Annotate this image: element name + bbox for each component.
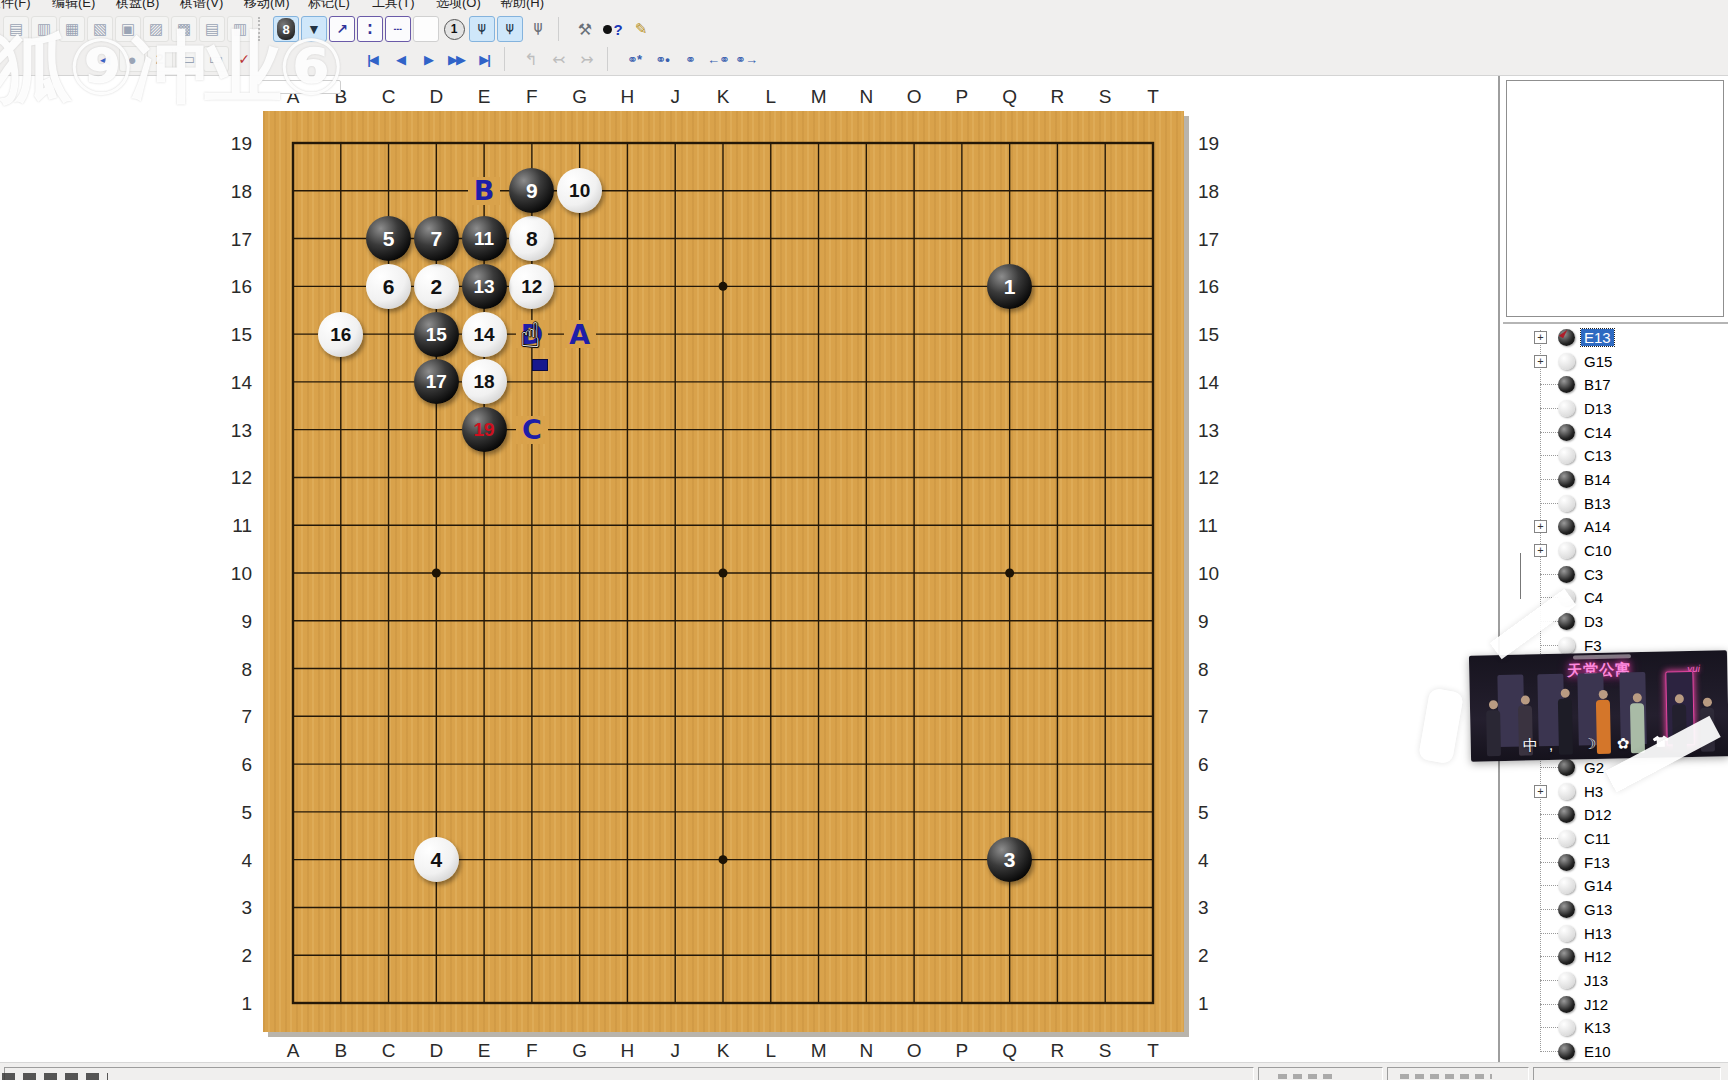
- tree-item-label[interactable]: A14: [1581, 518, 1614, 535]
- toolbar-separator: [607, 47, 617, 71]
- black-stone-icon: [1558, 329, 1575, 346]
- tree-item-label[interactable]: D3: [1581, 613, 1606, 630]
- coord-label-left-5: 5: [212, 802, 252, 824]
- find-label-button[interactable]: ⚭*: [621, 46, 647, 72]
- coord-label-bottom-D: D: [421, 1040, 451, 1062]
- stone-E15[interactable]: 14: [462, 312, 507, 357]
- up-variation-button[interactable]: ↰: [518, 46, 544, 72]
- hand-cursor-icon: ☝: [520, 318, 541, 352]
- stone-D14[interactable]: 17: [414, 359, 459, 404]
- status-bar: [0, 1062, 1728, 1080]
- tree-item-label[interactable]: G15: [1581, 353, 1615, 370]
- last-move-button[interactable]: ▶|: [471, 46, 497, 72]
- app-window: 文件(F)编辑(E)棋盘(B)棋谱(V)移动(M)标记(L)工具(T)选项(O)…: [0, 0, 1728, 1080]
- star-point-D10: [432, 568, 441, 577]
- menu-7[interactable]: 工具(T): [372, 0, 415, 11]
- tree-item-E13[interactable]: +E13: [1503, 326, 1728, 350]
- stone-E17[interactable]: 11: [462, 216, 507, 261]
- tree-item-label[interactable]: G14: [1581, 877, 1615, 894]
- tree-item-H12[interactable]: H12: [1503, 945, 1728, 969]
- white-stone-icon: [1558, 353, 1575, 370]
- coord-label-right-19: 19: [1198, 133, 1238, 155]
- tree-item-label[interactable]: C3: [1581, 566, 1606, 583]
- coord-label-left-17: 17: [212, 229, 252, 251]
- coord-label-left-12: 12: [212, 467, 252, 489]
- coord-label-right-11: 11: [1198, 515, 1238, 537]
- coord-label-bottom-R: R: [1042, 1040, 1072, 1062]
- white-stone-icon: [1558, 972, 1575, 989]
- white-stone-icon: [1558, 542, 1575, 559]
- coord-label-right-3: 3: [1198, 897, 1238, 919]
- tree-item-label[interactable]: H12: [1581, 948, 1615, 965]
- star-point-Q10: [1005, 568, 1014, 577]
- stone-D4[interactable]: 4: [414, 837, 459, 882]
- status-clipped-text: [2, 1073, 108, 1080]
- tools-button[interactable]: ⚒: [572, 16, 598, 42]
- black-stone-icon: [1558, 806, 1575, 823]
- coord-label-bottom-P: P: [947, 1040, 977, 1062]
- coord-label-top-F: F: [517, 86, 547, 108]
- tree-item-label[interactable]: J12: [1581, 996, 1611, 1013]
- tree-item-label[interactable]: B17: [1581, 376, 1614, 393]
- black-stone-icon: [1558, 566, 1575, 583]
- tree-item-H13[interactable]: H13: [1503, 922, 1728, 946]
- menu-4[interactable]: 棋谱(V): [180, 0, 223, 11]
- find-stone-button[interactable]: ⚭•: [649, 46, 675, 72]
- tree-item-label[interactable]: G2: [1581, 759, 1607, 776]
- coord-label-bottom-S: S: [1090, 1040, 1120, 1062]
- tree-item-label[interactable]: J13: [1581, 972, 1611, 989]
- menu-9[interactable]: 帮助(H): [500, 0, 544, 11]
- tree-item-D12[interactable]: D12: [1503, 803, 1728, 827]
- tree-item-label[interactable]: C4: [1581, 589, 1606, 606]
- menu-8[interactable]: 选项(O): [436, 0, 481, 11]
- star-point-K10: [718, 568, 727, 577]
- tree-item-label[interactable]: B13: [1581, 495, 1614, 512]
- help-button[interactable]: ?: [600, 16, 626, 42]
- coord-label-top-D: D: [421, 86, 451, 108]
- black-stone-icon: [1558, 1043, 1575, 1060]
- white-stone-icon: [1558, 830, 1575, 847]
- poster-person: [1630, 693, 1645, 753]
- coord-label-top-P: P: [947, 86, 977, 108]
- coord-label-left-19: 19: [212, 133, 252, 155]
- coord-label-top-N: N: [851, 86, 881, 108]
- coord-label-bottom-B: B: [326, 1040, 356, 1062]
- tree-item-J13[interactable]: J13: [1503, 969, 1728, 993]
- tree-item-label[interactable]: E10: [1581, 1043, 1614, 1060]
- status-clipped-text-2: [1278, 1074, 1338, 1079]
- tree-item-label[interactable]: K13: [1581, 1019, 1614, 1036]
- first-move-button[interactable]: |◀: [359, 46, 385, 72]
- coord-label-right-16: 16: [1198, 276, 1238, 298]
- coord-label-bottom-J: J: [660, 1040, 690, 1062]
- coord-label-top-S: S: [1090, 86, 1120, 108]
- black-stone-icon: [1558, 996, 1575, 1013]
- tree-item-C10[interactable]: +C10: [1503, 539, 1728, 563]
- coord-label-right-13: 13: [1198, 420, 1238, 442]
- coord-label-top-M: M: [804, 86, 834, 108]
- board-label-B: B: [468, 177, 500, 205]
- menu-6[interactable]: 标记(L): [308, 0, 350, 11]
- stone-Q16[interactable]: 1: [987, 264, 1032, 309]
- coord-label-top-C: C: [374, 86, 404, 108]
- tree-item-label[interactable]: C10: [1581, 542, 1615, 559]
- pane-divider[interactable]: [1498, 76, 1500, 1062]
- coord-label-right-8: 8: [1198, 659, 1238, 681]
- coord-label-bottom-M: M: [804, 1040, 834, 1062]
- stone-E14[interactable]: 18: [462, 359, 507, 404]
- white-stone-icon: [1558, 400, 1575, 417]
- tree-item-label[interactable]: D12: [1581, 806, 1615, 823]
- tree-item-C3[interactable]: C3: [1503, 563, 1728, 587]
- coord-label-right-6: 6: [1198, 754, 1238, 776]
- coord-label-bottom-N: N: [851, 1040, 881, 1062]
- coord-label-left-13: 13: [212, 420, 252, 442]
- coord-label-bottom-A: A: [278, 1040, 308, 1062]
- poster-person: [1486, 700, 1501, 756]
- coord-label-left-3: 3: [212, 897, 252, 919]
- tree-item-C13[interactable]: C13: [1503, 444, 1728, 468]
- moon-icon[interactable]: ☽: [1583, 735, 1597, 753]
- stone-Q4[interactable]: 3: [987, 837, 1032, 882]
- coord-label-right-7: 7: [1198, 706, 1238, 728]
- comma-icon[interactable]: ,: [1549, 736, 1554, 753]
- flower-gear-icon[interactable]: ✿: [1617, 734, 1630, 752]
- coord-label-left-9: 9: [212, 611, 252, 633]
- coord-label-left-15: 15: [212, 324, 252, 346]
- coord-label-bottom-Q: Q: [995, 1040, 1025, 1062]
- coord-label-bottom-C: C: [374, 1040, 404, 1062]
- star-point-K16: [718, 282, 727, 291]
- white-stone-icon: [1558, 925, 1575, 942]
- tree-item-G14[interactable]: G14: [1503, 874, 1728, 898]
- black-stone-icon: [1558, 854, 1575, 871]
- tree-item-B14[interactable]: B14: [1503, 468, 1728, 492]
- white-stone-icon: [1558, 637, 1575, 654]
- dash-mode-button[interactable]: ┄: [385, 16, 411, 42]
- cursor-square: [532, 359, 548, 371]
- menu-bar: 文件(F)编辑(E)棋盘(B)棋谱(V)移动(M)标记(L)工具(T)选项(O)…: [0, 0, 1728, 11]
- stone-C16[interactable]: 6: [366, 264, 411, 309]
- tree-item-label[interactable]: H13: [1581, 925, 1615, 942]
- zhong-cjk-icon[interactable]: 中: [1523, 736, 1538, 755]
- coord-label-left-14: 14: [212, 372, 252, 394]
- status-pane-4: [1533, 1067, 1721, 1080]
- coord-label-left-1: 1: [212, 993, 252, 1015]
- tree-item-label[interactable]: G13: [1581, 901, 1615, 918]
- status-pane-main: [4, 1067, 1254, 1080]
- next-move-button[interactable]: ▶: [415, 46, 441, 72]
- tree-item-B13[interactable]: B13: [1503, 492, 1728, 516]
- tree-item-C11[interactable]: C11: [1503, 827, 1728, 851]
- black-stone-icon: [1558, 376, 1575, 393]
- coord-label-left-10: 10: [212, 563, 252, 585]
- tree-item-label[interactable]: C14: [1581, 424, 1615, 441]
- coord-label-left-11: 11: [212, 515, 252, 537]
- white-stone-icon: [1558, 495, 1575, 512]
- black-stone-icon: [1558, 759, 1575, 776]
- white-stone-icon: [1558, 783, 1575, 800]
- find-next-button[interactable]: ⚭→: [733, 46, 759, 72]
- coord-label-top-E: E: [469, 86, 499, 108]
- tree-item-J12[interactable]: J12: [1503, 993, 1728, 1017]
- expand-plus-icon[interactable]: +: [1534, 355, 1547, 368]
- coord-label-top-L: L: [756, 86, 786, 108]
- caret-line: [1520, 553, 1521, 599]
- tree-item-D13[interactable]: D13: [1503, 397, 1728, 421]
- tree-item-C14[interactable]: C14: [1503, 421, 1728, 445]
- menu-2[interactable]: 编辑(E): [52, 0, 95, 11]
- black-stone-icon: [1558, 948, 1575, 965]
- tree-item-F13[interactable]: F13: [1503, 851, 1728, 875]
- coord-label-left-2: 2: [212, 945, 252, 967]
- expand-plus-icon[interactable]: +: [1534, 520, 1547, 533]
- tree-item-B17[interactable]: B17: [1503, 373, 1728, 397]
- coord-label-left-6: 6: [212, 754, 252, 776]
- stone-E16[interactable]: 13: [462, 264, 507, 309]
- black-stone-icon: [1558, 901, 1575, 918]
- tree-item-label[interactable]: C11: [1581, 830, 1613, 847]
- blank-mode-button[interactable]: [413, 16, 439, 42]
- current-move-mark: [1558, 329, 1575, 346]
- prev-variation-button[interactable]: ↢: [546, 46, 572, 72]
- first-number-badge[interactable]: 1: [441, 16, 467, 42]
- tree-item-G13[interactable]: G13: [1503, 898, 1728, 922]
- tree-item-label[interactable]: B14: [1581, 471, 1614, 488]
- coord-label-bottom-G: G: [565, 1040, 595, 1062]
- coord-label-bottom-O: O: [899, 1040, 929, 1062]
- coord-label-top-R: R: [1042, 86, 1072, 108]
- tree-item-label[interactable]: C13: [1581, 447, 1615, 464]
- coord-label-left-7: 7: [212, 706, 252, 728]
- expand-plus-icon[interactable]: +: [1534, 331, 1547, 344]
- tree-item-label[interactable]: F13: [1581, 854, 1613, 871]
- coord-label-bottom-E: E: [469, 1040, 499, 1062]
- black-stone-icon: [1558, 471, 1575, 488]
- coord-label-top-J: J: [660, 86, 690, 108]
- coord-label-right-5: 5: [1198, 802, 1238, 824]
- white-stone-icon: [1558, 1019, 1575, 1036]
- poster-person: [1596, 690, 1611, 754]
- status-clipped-text-3: [1400, 1074, 1492, 1079]
- white-stone-icon: [1558, 877, 1575, 894]
- coord-label-right-15: 15: [1198, 324, 1238, 346]
- coord-label-bottom-T: T: [1138, 1040, 1168, 1062]
- coord-label-right-1: 1: [1198, 993, 1238, 1015]
- tree-item-A14[interactable]: +A14: [1503, 515, 1728, 539]
- coord-label-right-2: 2: [1198, 945, 1238, 967]
- fast-forward-button[interactable]: ▶▶: [443, 46, 469, 72]
- white-stone-icon: [1558, 447, 1575, 464]
- tree-item-E10[interactable]: E10: [1503, 1040, 1728, 1064]
- coord-label-right-17: 17: [1198, 229, 1238, 251]
- tree-view-toggle-1[interactable]: ⋔: [469, 16, 495, 42]
- coord-label-right-14: 14: [1198, 372, 1238, 394]
- expand-plus-icon[interactable]: +: [1534, 785, 1547, 798]
- coord-label-right-9: 9: [1198, 611, 1238, 633]
- find-button[interactable]: ⚭: [677, 46, 703, 72]
- board-label-C: C: [516, 416, 548, 444]
- game-info-panel: [1506, 80, 1724, 317]
- coord-label-right-12: 12: [1198, 467, 1238, 489]
- tree-item-G15[interactable]: +G15: [1503, 350, 1728, 374]
- black-stone-icon: [1558, 518, 1575, 535]
- poster-person: [1558, 689, 1573, 755]
- toolbar-separator: [504, 47, 514, 71]
- coord-label-top-G: G: [565, 86, 595, 108]
- tree-item-C4[interactable]: C4: [1503, 586, 1728, 610]
- expand-plus-icon[interactable]: +: [1534, 544, 1547, 557]
- tree-layout-button[interactable]: ⋔: [525, 16, 551, 42]
- menu-3[interactable]: 棋盘(B): [116, 0, 159, 11]
- stone-D16[interactable]: 2: [414, 264, 459, 309]
- coord-label-top-Q: Q: [995, 86, 1025, 108]
- stone-B15[interactable]: 16: [318, 312, 363, 357]
- coord-label-top-K: K: [708, 86, 738, 108]
- menu-1[interactable]: 文件(F): [0, 0, 31, 11]
- tree-item-K13[interactable]: K13: [1503, 1016, 1728, 1040]
- coord-label-left-18: 18: [212, 181, 252, 203]
- poster-subtitle-bar: [1573, 654, 1631, 659]
- find-prev-button[interactable]: ←⚭: [705, 46, 731, 72]
- stone-D17[interactable]: 7: [414, 216, 459, 261]
- annotate-brush-button[interactable]: ✎: [628, 16, 654, 42]
- coord-label-top-O: O: [899, 86, 929, 108]
- watermark-text: 狐⑨冲业⑥: [0, 16, 340, 121]
- stone-C17[interactable]: 5: [366, 216, 411, 261]
- board-label-A: A: [564, 320, 596, 348]
- stone-F16[interactable]: 12: [509, 264, 554, 309]
- coord-label-bottom-L: L: [756, 1040, 786, 1062]
- stone-D15[interactable]: 15: [414, 312, 459, 357]
- menu-5[interactable]: 移动(M): [244, 0, 290, 11]
- label-mode-button[interactable]: ⁚: [357, 16, 383, 42]
- coord-label-bottom-H: H: [612, 1040, 642, 1062]
- coord-label-bottom-F: F: [517, 1040, 547, 1062]
- star-point-K4: [718, 855, 727, 864]
- black-stone-icon: [1558, 424, 1575, 441]
- coord-label-right-10: 10: [1198, 563, 1238, 585]
- coord-label-left-8: 8: [212, 659, 252, 681]
- tree-item-label[interactable]: F3: [1581, 637, 1605, 654]
- coord-label-left-4: 4: [212, 850, 252, 872]
- coord-label-top-T: T: [1138, 86, 1168, 108]
- coord-label-top-H: H: [612, 86, 642, 108]
- toolbar-separator: [558, 17, 568, 41]
- next-variation-button[interactable]: ↣: [574, 46, 600, 72]
- tree-item-label[interactable]: E13: [1581, 329, 1614, 346]
- tree-item-label[interactable]: D13: [1581, 400, 1615, 417]
- tree-item-label[interactable]: H3: [1581, 783, 1606, 800]
- coord-label-left-16: 16: [212, 276, 252, 298]
- coord-label-bottom-K: K: [708, 1040, 738, 1062]
- tree-view-toggle-2[interactable]: ⋔: [497, 16, 523, 42]
- coord-label-right-4: 4: [1198, 850, 1238, 872]
- stone-E13[interactable]: 19: [462, 407, 507, 452]
- prev-move-button[interactable]: ◀: [387, 46, 413, 72]
- coord-label-right-18: 18: [1198, 181, 1238, 203]
